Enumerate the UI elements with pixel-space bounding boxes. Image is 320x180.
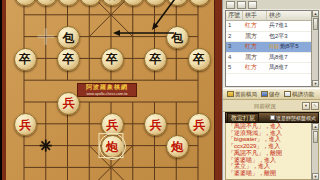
chat-header: 教室打屁 這是靜態棋盤模式: [225, 112, 319, 123]
move-row-5[interactable]: 5红方馬8進7: [226, 63, 318, 74]
move-row-2[interactable]: 2黑方包2平3: [226, 32, 318, 43]
panel-mini-button-2[interactable]: [237, 1, 246, 9]
chat-message-8: 「婆婆喵」，離開: [226, 170, 318, 177]
chat-option-label: 這是靜態棋盤模式: [276, 115, 316, 121]
move-list-scrollbar[interactable]: ▲ ▼: [311, 10, 318, 87]
move-row-3[interactable]: 3红方目前炮8平5: [226, 42, 318, 53]
toolbar-button-sheet[interactable]: 棋譜功能: [283, 91, 315, 98]
move-list-body: 1红方兵7進12黑方包2平33红方目前炮8平54黑方馬8進75红方馬8進7: [226, 21, 318, 74]
move-list-header: 序號 棋手 棋步: [226, 11, 318, 21]
chat-message-area: 「禹謡不凡」，進入「逆浪飛鴻」，進入「bigwater」，進入「ccx2029」…: [225, 123, 319, 180]
chat-message-7: 「孟立」，進入: [226, 163, 318, 170]
header-player: 棋手: [243, 11, 267, 20]
xiangqi-board[interactable]: 阿波羅象棋網 www.apollo-chess.com.tw 車馬象士將士象馬車…: [6, 0, 214, 180]
chat-message-5: 「禹謡不凡」，離開: [226, 150, 318, 157]
move-list-scroll-thumb[interactable]: [313, 18, 318, 30]
status-toggle-icon[interactable]: ▼: [302, 102, 310, 110]
chat-scroll-thumb[interactable]: [313, 131, 318, 143]
scroll-down-icon[interactable]: ▼: [312, 80, 319, 87]
scroll-up-icon[interactable]: ▲: [312, 10, 319, 17]
header-move-number: 序號: [226, 11, 243, 20]
chat-message-4: 「ccx2029」，進入: [226, 143, 318, 150]
panel-mini-button-3[interactable]: [248, 1, 257, 9]
chat-message-1: 「禹謡不凡」，進入: [226, 123, 318, 130]
status-edit-icon[interactable]: ✎: [311, 102, 319, 110]
move-list[interactable]: 序號 棋手 棋步 1红方兵7進12黑方包2平33红方目前炮8平54黑方馬8進75…: [225, 10, 319, 87]
chat-tab-classroom[interactable]: 教室打屁: [227, 113, 259, 123]
panel-top-strip: [223, 0, 320, 9]
app-window: 阿波羅象棋網 www.apollo-chess.com.tw 車馬象士將士象馬車…: [0, 0, 320, 180]
chat-option-checkbox[interactable]: [270, 115, 275, 120]
chat-scroll-down-icon[interactable]: ▼: [312, 173, 319, 180]
save-icon: [261, 91, 268, 97]
move-annotations: [6, 0, 214, 180]
chat-message-2: 「逆浪飛鴻」，進入: [226, 130, 318, 137]
panel-toolbar: 當前棋局儲存棋譜功能: [223, 88, 320, 100]
chat-option[interactable]: 這是靜態棋盤模式: [270, 115, 316, 121]
side-panel: 序號 棋手 棋步 1红方兵7進12黑方包2平33红方目前炮8平54黑方馬8進75…: [222, 0, 320, 180]
move-row-1[interactable]: 1红方兵7進1: [226, 21, 318, 32]
status-label: 目前狀況: [223, 100, 307, 112]
folder-icon: [227, 91, 234, 97]
sheet-icon: [284, 91, 291, 97]
status-bar: 目前狀況 ▼ ✎: [223, 100, 320, 112]
panel-mini-button-1[interactable]: [226, 1, 235, 9]
chat-message-3: 「bigwater」，進入: [226, 136, 318, 143]
toolbar-button-folder[interactable]: 當前棋局: [226, 91, 258, 98]
move-row-4[interactable]: 4黑方馬8進7: [226, 53, 318, 64]
toolbar-button-save[interactable]: 儲存: [260, 91, 281, 98]
chat-lines: 「禹謡不凡」，進入「逆浪飛鴻」，進入「bigwater」，進入「ccx2029」…: [226, 123, 318, 177]
chat-scroll-up-icon[interactable]: ▲: [312, 123, 319, 130]
chat-scrollbar[interactable]: ▲ ▼: [311, 123, 318, 180]
